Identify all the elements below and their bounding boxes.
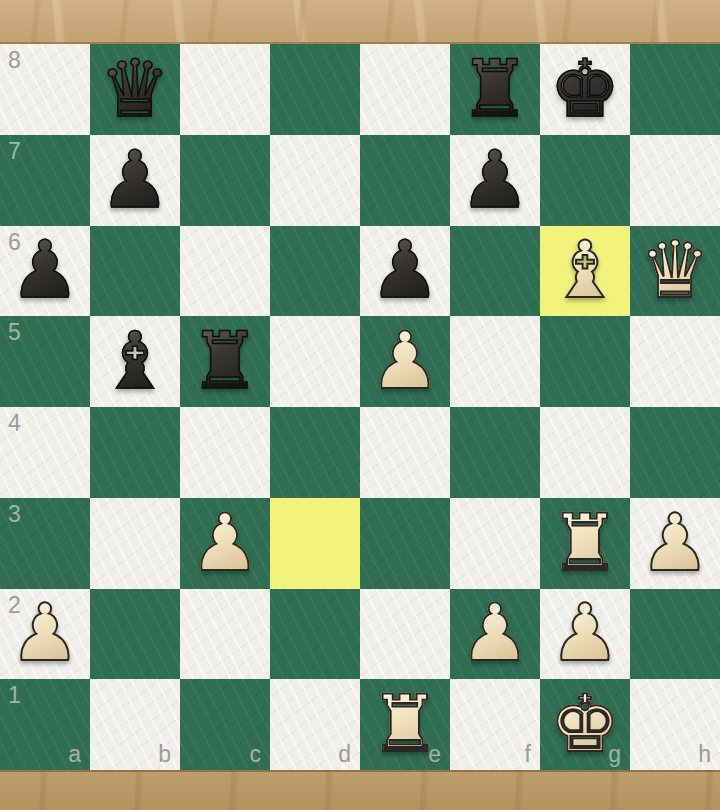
- rank-label-7: 7: [8, 140, 21, 163]
- black-pawn-f7[interactable]: ♟: [450, 135, 540, 226]
- square-b2[interactable]: [90, 589, 180, 680]
- rank-label-1: 1: [8, 684, 21, 707]
- square-c2[interactable]: [180, 589, 270, 680]
- square-b5[interactable]: ♝: [90, 316, 180, 407]
- square-a6[interactable]: 6♟: [0, 226, 90, 317]
- square-g7[interactable]: [540, 135, 630, 226]
- square-b8[interactable]: ♛: [90, 44, 180, 135]
- square-e3[interactable]: [360, 498, 450, 589]
- square-f4[interactable]: [450, 407, 540, 498]
- square-d5[interactable]: [270, 316, 360, 407]
- chess-app-screen: { "game": "chess", "position": { "fen": …: [0, 0, 720, 810]
- square-d7[interactable]: [270, 135, 360, 226]
- black-bishop-b5[interactable]: ♝: [90, 316, 180, 407]
- square-h8[interactable]: [630, 44, 720, 135]
- white-rook-g3[interactable]: ♜: [540, 498, 630, 589]
- square-a2[interactable]: 2♟: [0, 589, 90, 680]
- square-d6[interactable]: [270, 226, 360, 317]
- file-label-h: h: [698, 743, 711, 766]
- chess-board: 8♛♜♚7♟♟6♟♟♝♛5♝♜♟43♟♜♟2♟♟♟1abcde♜fg♚h: [0, 44, 720, 770]
- white-king-g1[interactable]: ♚: [540, 679, 630, 770]
- square-c1[interactable]: c: [180, 679, 270, 770]
- square-h3[interactable]: ♟: [630, 498, 720, 589]
- black-rook-c5[interactable]: ♜: [180, 316, 270, 407]
- square-d4[interactable]: [270, 407, 360, 498]
- square-h6[interactable]: ♛: [630, 226, 720, 317]
- square-c4[interactable]: [180, 407, 270, 498]
- square-g8[interactable]: ♚: [540, 44, 630, 135]
- black-pawn-b7[interactable]: ♟: [90, 135, 180, 226]
- square-f3[interactable]: [450, 498, 540, 589]
- file-label-b: b: [158, 743, 171, 766]
- square-e8[interactable]: [360, 44, 450, 135]
- square-d1[interactable]: d: [270, 679, 360, 770]
- square-a8[interactable]: 8: [0, 44, 90, 135]
- square-h2[interactable]: [630, 589, 720, 680]
- square-f6[interactable]: [450, 226, 540, 317]
- square-c5[interactable]: ♜: [180, 316, 270, 407]
- white-pawn-c3[interactable]: ♟: [180, 498, 270, 589]
- square-f7[interactable]: ♟: [450, 135, 540, 226]
- square-f5[interactable]: [450, 316, 540, 407]
- square-c3[interactable]: ♟: [180, 498, 270, 589]
- white-queen-h6[interactable]: ♛: [630, 226, 720, 317]
- square-c7[interactable]: [180, 135, 270, 226]
- square-g6[interactable]: ♝: [540, 226, 630, 317]
- square-g1[interactable]: g♚: [540, 679, 630, 770]
- black-pawn-e6[interactable]: ♟: [360, 226, 450, 317]
- white-pawn-a2[interactable]: ♟: [0, 589, 90, 680]
- rank-label-8: 8: [8, 49, 21, 72]
- square-e1[interactable]: e♜: [360, 679, 450, 770]
- black-rook-f8[interactable]: ♜: [450, 44, 540, 135]
- square-b3[interactable]: [90, 498, 180, 589]
- square-e7[interactable]: [360, 135, 450, 226]
- square-d3[interactable]: [270, 498, 360, 589]
- square-a7[interactable]: 7: [0, 135, 90, 226]
- square-f2[interactable]: ♟: [450, 589, 540, 680]
- white-pawn-e5[interactable]: ♟: [360, 316, 450, 407]
- square-b4[interactable]: [90, 407, 180, 498]
- square-d2[interactable]: [270, 589, 360, 680]
- file-label-d: d: [338, 743, 351, 766]
- black-pawn-a6[interactable]: ♟: [0, 226, 90, 317]
- board-frame-top: [0, 0, 720, 44]
- rank-label-4: 4: [8, 412, 21, 435]
- square-f1[interactable]: f: [450, 679, 540, 770]
- file-label-c: c: [250, 743, 262, 766]
- square-e4[interactable]: [360, 407, 450, 498]
- white-bishop-g6[interactable]: ♝: [540, 226, 630, 317]
- square-d8[interactable]: [270, 44, 360, 135]
- square-b7[interactable]: ♟: [90, 135, 180, 226]
- square-g4[interactable]: [540, 407, 630, 498]
- square-h5[interactable]: [630, 316, 720, 407]
- board-frame-bottom: [0, 770, 720, 810]
- square-g5[interactable]: [540, 316, 630, 407]
- square-h1[interactable]: h: [630, 679, 720, 770]
- square-f8[interactable]: ♜: [450, 44, 540, 135]
- file-label-f: f: [525, 743, 531, 766]
- white-pawn-h3[interactable]: ♟: [630, 498, 720, 589]
- white-pawn-f2[interactable]: ♟: [450, 589, 540, 680]
- square-a3[interactable]: 3: [0, 498, 90, 589]
- square-c8[interactable]: [180, 44, 270, 135]
- square-e2[interactable]: [360, 589, 450, 680]
- rank-label-5: 5: [8, 321, 21, 344]
- square-a5[interactable]: 5: [0, 316, 90, 407]
- square-g2[interactable]: ♟: [540, 589, 630, 680]
- black-queen-b8[interactable]: ♛: [90, 44, 180, 135]
- rank-label-3: 3: [8, 503, 21, 526]
- square-a4[interactable]: 4: [0, 407, 90, 498]
- square-b1[interactable]: b: [90, 679, 180, 770]
- square-h4[interactable]: [630, 407, 720, 498]
- square-b6[interactable]: [90, 226, 180, 317]
- black-king-g8[interactable]: ♚: [540, 44, 630, 135]
- white-pawn-g2[interactable]: ♟: [540, 589, 630, 680]
- square-e5[interactable]: ♟: [360, 316, 450, 407]
- square-g3[interactable]: ♜: [540, 498, 630, 589]
- square-c6[interactable]: [180, 226, 270, 317]
- file-label-a: a: [68, 743, 81, 766]
- square-e6[interactable]: ♟: [360, 226, 450, 317]
- square-h7[interactable]: [630, 135, 720, 226]
- square-a1[interactable]: 1a: [0, 679, 90, 770]
- white-rook-e1[interactable]: ♜: [360, 679, 450, 770]
